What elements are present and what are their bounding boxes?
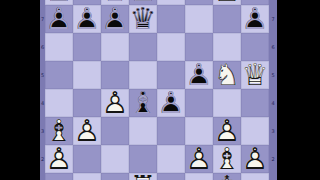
chess-board-stage: 87654321 ♜♖♚♔♜♖♜♖♟♙♟♙♟♙♛♕♟♙♟♙♞♘♛♕♟♙♝♗♟♙♝… [0,0,320,180]
square-b5[interactable] [73,61,101,89]
square-c1[interactable] [101,173,129,180]
square-g6[interactable] [213,33,241,61]
square-a3[interactable]: ♝♗ [45,117,73,145]
square-d4[interactable]: ♝♗ [129,89,157,117]
rank-label-7: 7 [269,16,277,22]
black-queen-d7-fill: ♛ [129,5,157,33]
square-a5[interactable] [45,61,73,89]
rank-coordinates-right: 87654321 [269,0,277,180]
square-e6[interactable] [157,33,185,61]
white-pawn-c4: ♙ [101,89,129,117]
white-bishop-g2: ♗ [213,145,241,173]
square-c5[interactable] [101,61,129,89]
square-h6[interactable] [241,33,269,61]
white-pawn-g3: ♙ [213,117,241,145]
white-pawn-c4-fill: ♟ [101,89,129,117]
square-b3[interactable]: ♟♙ [73,117,101,145]
square-c2[interactable] [101,145,129,173]
rank-label-5: 5 [269,72,277,78]
white-bishop-a3: ♗ [45,117,73,145]
square-e3[interactable] [157,117,185,145]
square-b4[interactable] [73,89,101,117]
square-f4[interactable] [185,89,213,117]
black-pawn-a7-fill: ♟ [45,5,73,33]
square-f5[interactable]: ♟♙ [185,61,213,89]
black-pawn-h7: ♙ [241,5,269,33]
square-g5[interactable]: ♞♘ [213,61,241,89]
square-b1[interactable] [73,173,101,180]
square-e5[interactable] [157,61,185,89]
square-a4[interactable] [45,89,73,117]
black-pawn-c7: ♙ [101,5,129,33]
square-h7[interactable]: ♟♙ [241,5,269,33]
white-king-g1: ♔ [213,173,241,180]
white-pawn-h2-fill: ♟ [241,145,269,173]
square-d6[interactable] [129,33,157,61]
square-e1[interactable] [157,173,185,180]
chess-board: ♜♖♚♔♜♖♜♖♟♙♟♙♟♙♛♕♟♙♟♙♞♘♛♕♟♙♝♗♟♙♝♗♟♙♟♙♟♙♟♙… [45,0,269,180]
black-pawn-e4: ♙ [157,89,185,117]
square-h4[interactable] [241,89,269,117]
rank-label-4: 4 [269,100,277,106]
white-pawn-h2: ♙ [241,145,269,173]
white-queen-h5: ♕ [241,61,269,89]
square-c3[interactable] [101,117,129,145]
square-e4[interactable]: ♟♙ [157,89,185,117]
black-pawn-f5-fill: ♟ [185,61,213,89]
black-pawn-b7-fill: ♟ [73,5,101,33]
square-h1[interactable] [241,173,269,180]
square-g4[interactable] [213,89,241,117]
square-g2[interactable]: ♝♗ [213,145,241,173]
square-h3[interactable] [241,117,269,145]
square-b2[interactable] [73,145,101,173]
square-a7[interactable]: ♟♙ [45,5,73,33]
rank-label-2: 2 [269,156,277,162]
black-pawn-c7-fill: ♟ [101,5,129,33]
square-d5[interactable] [129,61,157,89]
square-d2[interactable] [129,145,157,173]
black-pawn-h7-fill: ♟ [241,5,269,33]
black-pawn-a7: ♙ [45,5,73,33]
square-a2[interactable]: ♟♙ [45,145,73,173]
white-bishop-g2-fill: ♝ [213,145,241,173]
black-bishop-d4: ♗ [129,89,157,117]
white-pawn-b3-fill: ♟ [73,117,101,145]
square-c7[interactable]: ♟♙ [101,5,129,33]
white-pawn-b3: ♙ [73,117,101,145]
square-b6[interactable] [73,33,101,61]
black-pawn-e4-fill: ♟ [157,89,185,117]
white-pawn-f2-fill: ♟ [185,145,213,173]
square-g7[interactable] [213,5,241,33]
square-a6[interactable] [45,33,73,61]
square-h2[interactable]: ♟♙ [241,145,269,173]
white-knight-g5-fill: ♞ [213,61,241,89]
white-pawn-a2-fill: ♟ [45,145,73,173]
square-f6[interactable] [185,33,213,61]
white-king-g1-fill: ♚ [213,173,241,180]
white-pawn-f2: ♙ [185,145,213,173]
square-b7[interactable]: ♟♙ [73,5,101,33]
black-bishop-d4-fill: ♝ [129,89,157,117]
black-queen-d7: ♕ [129,5,157,33]
white-rook-d1: ♖ [129,173,157,180]
white-pawn-g3-fill: ♟ [213,117,241,145]
white-pawn-a2: ♙ [45,145,73,173]
white-bishop-a3-fill: ♝ [45,117,73,145]
black-pawn-b7: ♙ [73,5,101,33]
white-rook-d1-fill: ♜ [129,173,157,180]
square-a1[interactable] [45,173,73,180]
square-c4[interactable]: ♟♙ [101,89,129,117]
square-f2[interactable]: ♟♙ [185,145,213,173]
rank-label-6: 6 [269,44,277,50]
black-pawn-f5: ♙ [185,61,213,89]
square-h5[interactable]: ♛♕ [241,61,269,89]
square-f3[interactable] [185,117,213,145]
white-queen-h5-fill: ♛ [241,61,269,89]
white-knight-g5: ♘ [213,61,241,89]
square-d3[interactable] [129,117,157,145]
rank-label-3: 3 [269,128,277,134]
square-c6[interactable] [101,33,129,61]
square-f1[interactable] [185,173,213,180]
square-d1[interactable]: ♜♖ [129,173,157,180]
square-e2[interactable] [157,145,185,173]
square-f7[interactable] [185,5,213,33]
square-g1[interactable]: ♚♔ [213,173,241,180]
square-g3[interactable]: ♟♙ [213,117,241,145]
square-d7[interactable]: ♛♕ [129,5,157,33]
square-e7[interactable] [157,5,185,33]
